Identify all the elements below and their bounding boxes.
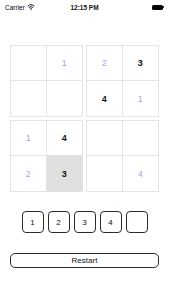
battery-icon [152, 5, 165, 10]
board-box: 2341 [86, 45, 159, 117]
board-box: 4 [86, 120, 159, 192]
board-cell-r2c2[interactable] [47, 81, 83, 116]
board-box: 1 [10, 45, 83, 117]
wifi-icon [27, 4, 35, 11]
board-cell-r1c2[interactable]: 1 [47, 46, 83, 81]
board-cell-r3c2[interactable]: 4 [47, 121, 83, 156]
board-cell-r3c4[interactable] [123, 121, 159, 156]
restart-button[interactable]: Restart [10, 253, 159, 268]
board-cell-r1c4[interactable]: 3 [123, 46, 159, 81]
keypad-button-2[interactable]: 2 [48, 211, 70, 233]
sudoku-board: 1234114234 [10, 45, 159, 192]
status-bar: Carrier 12:15 PM [0, 0, 169, 14]
keypad-button-1[interactable]: 1 [22, 211, 44, 233]
board-cell-r1c1[interactable] [11, 46, 47, 81]
board-cell-r3c1[interactable]: 1 [11, 121, 47, 156]
board-cell-r4c3[interactable] [87, 156, 123, 191]
board-cell-r2c4[interactable]: 1 [123, 81, 159, 116]
board-box: 1423 [10, 120, 83, 192]
carrier-label: Carrier [5, 4, 25, 11]
keypad-button-4[interactable]: 4 [100, 211, 122, 233]
board-cell-r4c4[interactable]: 4 [123, 156, 159, 191]
board-cell-r4c2[interactable]: 3 [47, 156, 83, 191]
number-pad: 1234 [0, 211, 169, 233]
keypad-button-3[interactable]: 3 [74, 211, 96, 233]
board-cell-r3c3[interactable] [87, 121, 123, 156]
battery-body [152, 5, 163, 10]
battery-tip [163, 6, 164, 9]
board-cell-r2c1[interactable] [11, 81, 47, 116]
board-cell-r2c3[interactable]: 4 [87, 81, 123, 116]
board-cell-r1c3[interactable]: 2 [87, 46, 123, 81]
erase-button[interactable] [126, 211, 148, 233]
board-cell-r4c1[interactable]: 2 [11, 156, 47, 191]
carrier-group: Carrier [5, 4, 35, 11]
